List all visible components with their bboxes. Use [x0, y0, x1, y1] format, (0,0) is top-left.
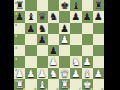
square-f1[interactable]: f [70, 79, 81, 90]
square-c6[interactable]: ♞ [37, 23, 48, 34]
square-c4[interactable] [37, 45, 48, 56]
square-f4[interactable] [70, 45, 81, 56]
square-d6[interactable] [48, 23, 59, 34]
square-a7[interactable]: 7♟ [14, 11, 25, 22]
square-b3[interactable] [25, 56, 36, 67]
square-g1[interactable]: g♚ [82, 79, 93, 90]
square-a1[interactable]: 1a♜ [14, 79, 25, 90]
white-pawn[interactable]: ♟ [37, 68, 48, 79]
square-e4[interactable] [59, 45, 70, 56]
white-rook[interactable]: ♜ [59, 79, 70, 90]
square-b4[interactable] [25, 45, 36, 56]
square-e2[interactable]: ♛ [59, 68, 70, 79]
white-knight[interactable]: ♞ [70, 56, 81, 67]
square-a2[interactable]: 2♟ [14, 68, 25, 79]
white-bishop[interactable]: ♝ [37, 79, 48, 90]
square-f6[interactable] [70, 23, 81, 34]
square-d3[interactable]: ♟ [48, 56, 59, 67]
square-d4[interactable]: ♟ [48, 45, 59, 56]
square-h7[interactable]: ♟ [93, 11, 104, 22]
square-e3[interactable] [59, 56, 70, 67]
square-e1[interactable]: e♜ [59, 79, 70, 90]
black-pawn[interactable]: ♟ [48, 45, 59, 56]
square-b1[interactable]: b [25, 79, 36, 90]
square-e6[interactable]: ♟ [59, 23, 70, 34]
black-pawn[interactable]: ♟ [70, 11, 81, 22]
square-h3[interactable] [93, 56, 104, 67]
square-a3[interactable]: 3 [14, 56, 25, 67]
video-frame: 8♜♚♝♜7♟♝♛♞♟♟♟6♟♞♟5♟♟4♟3♟♞♟2♟♟♟♞♛♟♝♟1a♜bc… [0, 0, 120, 90]
square-b2[interactable]: ♟ [25, 68, 36, 79]
square-b5[interactable] [25, 34, 36, 45]
file-label: h [101, 87, 103, 90]
square-b7[interactable]: ♝ [25, 11, 36, 22]
square-a8[interactable]: 8♜ [14, 0, 25, 11]
rank-label: 6 [15, 23, 17, 26]
square-a6[interactable]: 6 [14, 23, 25, 34]
square-c3[interactable] [37, 56, 48, 67]
square-g2[interactable]: ♝ [82, 68, 93, 79]
square-h6[interactable] [93, 23, 104, 34]
square-f2[interactable]: ♟ [70, 68, 81, 79]
black-rook[interactable]: ♜ [93, 0, 104, 11]
black-pawn[interactable]: ♟ [14, 11, 25, 22]
black-pawn[interactable]: ♟ [59, 23, 70, 34]
black-bishop[interactable]: ♝ [70, 0, 81, 11]
square-h4[interactable] [93, 45, 104, 56]
square-g6[interactable] [82, 23, 93, 34]
square-g4[interactable] [82, 45, 93, 56]
black-bishop[interactable]: ♝ [25, 11, 36, 22]
black-knight[interactable]: ♞ [48, 11, 59, 22]
square-h2[interactable]: ♟ [93, 68, 104, 79]
square-e7[interactable] [59, 11, 70, 22]
white-rook[interactable]: ♜ [14, 79, 25, 90]
square-g3[interactable]: ♟ [82, 56, 93, 67]
white-king[interactable]: ♚ [82, 79, 93, 90]
chess-board[interactable]: 8♜♚♝♜7♟♝♛♞♟♟♟6♟♞♟5♟♟4♟3♟♞♟2♟♟♟♞♛♟♝♟1a♜bc… [14, 0, 104, 90]
black-knight[interactable]: ♞ [37, 23, 48, 34]
square-c1[interactable]: c♝ [37, 79, 48, 90]
letterbox-right [104, 0, 120, 90]
square-b6[interactable]: ♟ [25, 23, 36, 34]
square-a4[interactable]: 4 [14, 45, 25, 56]
square-f8[interactable]: ♝ [70, 0, 81, 11]
square-c5[interactable]: ♟ [37, 34, 48, 45]
black-queen[interactable]: ♛ [37, 11, 48, 22]
letterbox-left [0, 0, 14, 90]
white-pawn[interactable]: ♟ [25, 68, 36, 79]
square-h1[interactable]: h [93, 79, 104, 90]
square-f7[interactable]: ♟ [70, 11, 81, 22]
square-c2[interactable]: ♟ [37, 68, 48, 79]
rank-label: 4 [15, 46, 17, 49]
black-pawn[interactable]: ♟ [37, 34, 48, 45]
square-d8[interactable] [48, 0, 59, 11]
black-pawn[interactable]: ♟ [93, 11, 104, 22]
square-g5[interactable] [82, 34, 93, 45]
white-knight[interactable]: ♞ [48, 68, 59, 79]
square-f5[interactable] [70, 34, 81, 45]
square-d5[interactable] [48, 34, 59, 45]
black-pawn[interactable]: ♟ [25, 23, 36, 34]
square-h8[interactable]: ♜ [93, 0, 104, 11]
square-c8[interactable] [37, 0, 48, 11]
white-bishop[interactable]: ♝ [82, 68, 93, 79]
white-pawn[interactable]: ♟ [48, 56, 59, 67]
white-pawn[interactable]: ♟ [93, 68, 104, 79]
square-a5[interactable]: 5 [14, 34, 25, 45]
white-pawn[interactable]: ♟ [70, 68, 81, 79]
white-pawn[interactable]: ♟ [82, 56, 93, 67]
square-d2[interactable]: ♞ [48, 68, 59, 79]
square-c7[interactable]: ♛ [37, 11, 48, 22]
square-h5[interactable] [93, 34, 104, 45]
black-rook[interactable]: ♜ [14, 0, 25, 11]
square-b8[interactable] [25, 0, 36, 11]
white-pawn[interactable]: ♟ [14, 68, 25, 79]
square-e5[interactable]: ♟ [59, 34, 70, 45]
black-king[interactable]: ♚ [59, 0, 70, 11]
square-g8[interactable] [82, 0, 93, 11]
rank-label: 3 [15, 57, 17, 60]
square-g7[interactable]: ♟ [82, 11, 93, 22]
square-f3[interactable]: ♞ [70, 56, 81, 67]
white-pawn[interactable]: ♟ [59, 34, 70, 45]
square-e8[interactable]: ♚ [59, 0, 70, 11]
square-d1[interactable]: d [48, 79, 59, 90]
square-d7[interactable]: ♞ [48, 11, 59, 22]
black-pawn[interactable]: ♟ [82, 11, 93, 22]
white-queen[interactable]: ♛ [59, 68, 70, 79]
rank-label: 5 [15, 34, 17, 37]
